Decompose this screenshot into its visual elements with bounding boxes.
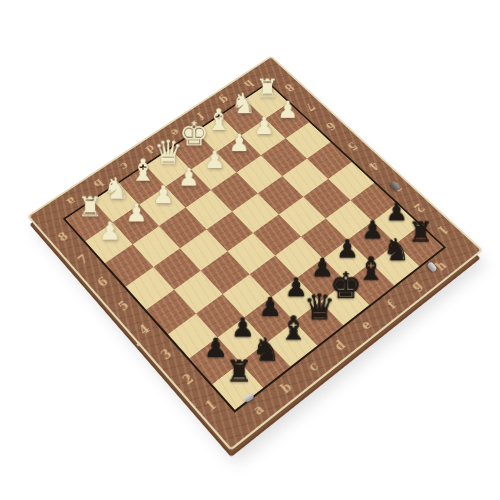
piece-white-pawn-a7[interactable]: ♟ (98, 219, 121, 244)
piece-black-knight-g1[interactable]: ♞ (382, 235, 409, 266)
piece-white-pawn-e7[interactable]: ♟ (204, 148, 226, 172)
piece-black-rook-a1[interactable]: ♜ (225, 357, 252, 387)
board-squares-grid: ♜♞♝♛♚♝♞♜♟♟♟♟♟♟♟♟♟♟♟♟♟♟♟♟♜♞♝♛♚♝♞♜ (63, 82, 446, 413)
piece-white-pawn-c7[interactable]: ♟ (152, 182, 174, 207)
board-frame: ♜♞♝♛♚♝♞♜♟♟♟♟♟♟♟♟♟♟♟♟♟♟♟♟♜♞♝♛♚♝♞♜ aabbccd… (30, 58, 481, 448)
piece-black-pawn-a2[interactable]: ♟ (204, 335, 228, 362)
chess-board: ♜♞♝♛♚♝♞♜♟♟♟♟♟♟♟♟♟♟♟♟♟♟♟♟♜♞♝♛♚♝♞♜ aabbccd… (30, 58, 481, 448)
piece-white-pawn-f7[interactable]: ♟ (229, 131, 251, 155)
piece-white-pawn-g7[interactable]: ♟ (253, 114, 274, 138)
product-photo-scene: ♜♞♝♛♚♝♞♜♟♟♟♟♟♟♟♟♟♟♟♟♟♟♟♟♜♞♝♛♚♝♞♜ aabbccd… (0, 0, 500, 500)
piece-white-pawn-b7[interactable]: ♟ (125, 200, 147, 225)
piece-black-rook-h1[interactable]: ♜ (408, 218, 433, 246)
piece-black-bishop-c1[interactable]: ♝ (278, 312, 307, 345)
piece-black-knight-b1[interactable]: ♞ (252, 334, 281, 366)
piece-black-queen-d1[interactable]: ♛ (304, 289, 336, 325)
piece-black-pawn-g2[interactable]: ♟ (361, 218, 384, 243)
piece-white-pawn-d7[interactable]: ♟ (178, 165, 200, 189)
